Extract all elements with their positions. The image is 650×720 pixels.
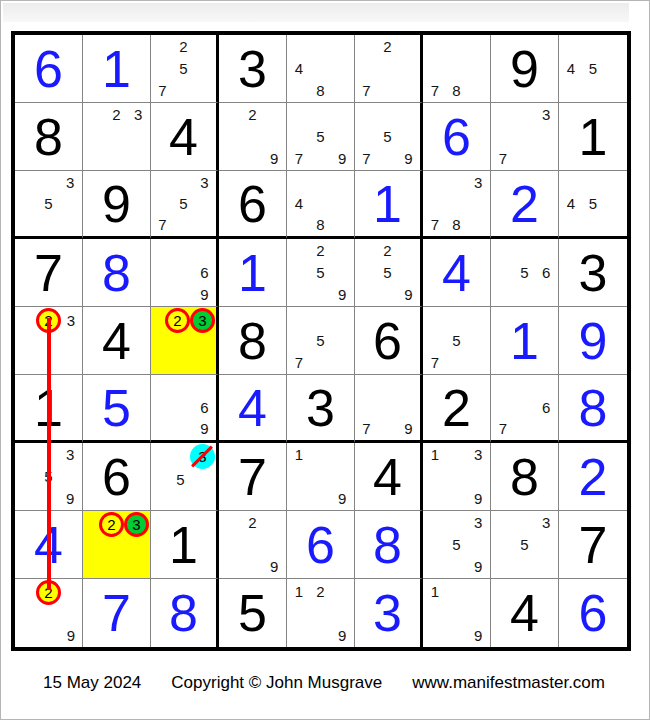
empty-candidate-slot — [61, 580, 81, 605]
empty-candidate-slot — [446, 36, 468, 58]
candidate-grid: 359 — [423, 511, 490, 578]
empty-candidate-slot — [582, 36, 604, 58]
empty-candidate-slot — [331, 466, 353, 488]
empty-candidate-slot — [242, 534, 264, 556]
cell-r9c8[interactable]: 4 — [491, 579, 559, 647]
empty-candidate-slot — [152, 489, 171, 509]
given-digit: 3 — [287, 375, 354, 440]
empty-candidate-slot — [173, 79, 194, 101]
empty-candidate-slot — [152, 418, 173, 439]
footer: 15 May 2024 Copyright © John Musgrave ww… — [43, 673, 605, 693]
cell-r4c1[interactable]: 7 — [15, 239, 83, 307]
candidate-3: 3 — [535, 512, 557, 534]
candidate-2: 2 — [242, 512, 264, 534]
candidate-5: 5 — [514, 262, 536, 284]
cell-r3c7[interactable]: 378 — [423, 171, 491, 239]
empty-candidate-slot — [173, 376, 194, 397]
candidate-7: 7 — [424, 351, 446, 373]
cell-r7c7[interactable]: 139 — [423, 443, 491, 511]
empty-candidate-slot — [377, 58, 398, 80]
cell-r9c3[interactable]: 8 — [151, 579, 219, 647]
empty-candidate-slot — [16, 172, 38, 193]
cell-r1c2[interactable]: 1 — [83, 35, 151, 103]
cell-r1c9[interactable]: 45 — [559, 35, 627, 103]
cell-r4c3[interactable]: 69 — [151, 239, 219, 307]
empty-candidate-slot — [36, 605, 61, 626]
empty-candidate-slot — [356, 397, 377, 418]
empty-candidate-slot — [152, 333, 165, 353]
candidate-4: 4 — [288, 193, 310, 214]
empty-candidate-slot — [171, 444, 190, 469]
empty-candidate-slot — [84, 537, 99, 557]
empty-candidate-slot — [377, 418, 398, 439]
empty-candidate-slot — [467, 351, 489, 373]
solved-digit: 7 — [83, 579, 150, 647]
empty-candidate-slot — [152, 444, 171, 469]
empty-candidate-slot — [263, 104, 285, 126]
empty-candidate-slot — [424, 487, 446, 509]
cell-r4c6[interactable]: 259 — [355, 239, 423, 307]
given-digit: 7 — [559, 511, 627, 578]
empty-candidate-slot — [424, 58, 446, 80]
candidate-grid: 579 — [355, 103, 420, 170]
cell-r6c8[interactable]: 67 — [491, 375, 559, 443]
candidate-9: 9 — [467, 487, 489, 509]
cell-r3c4[interactable]: 6 — [219, 171, 287, 239]
cell-r6c3[interactable]: 69 — [151, 375, 219, 443]
candidate-3: 3 — [190, 308, 215, 333]
candidate-5: 5 — [171, 469, 190, 489]
empty-candidate-slot — [165, 333, 190, 353]
empty-candidate-slot — [467, 308, 489, 330]
candidate-grid: 57 — [423, 307, 490, 374]
candidate-3: 3 — [194, 172, 215, 193]
empty-candidate-slot — [424, 466, 446, 488]
cell-r8c6[interactable]: 8 — [355, 511, 423, 579]
empty-candidate-slot — [173, 397, 194, 418]
empty-candidate-slot — [514, 418, 536, 439]
empty-candidate-slot — [398, 397, 419, 418]
empty-candidate-slot — [446, 193, 468, 214]
empty-candidate-slot — [446, 555, 468, 577]
cell-r5c6[interactable]: 6 — [355, 307, 423, 375]
given-digit: 8 — [219, 307, 286, 374]
empty-candidate-slot — [446, 624, 468, 646]
empty-candidate-slot — [424, 624, 446, 646]
empty-candidate-slot — [310, 351, 332, 373]
cell-r2c9[interactable]: 1 — [559, 103, 627, 171]
cell-r6c7[interactable]: 2 — [423, 375, 491, 443]
cell-r8c4[interactable]: 29 — [219, 511, 287, 579]
empty-candidate-slot — [514, 376, 536, 397]
cell-r9c2[interactable]: 7 — [83, 579, 151, 647]
empty-candidate-slot — [467, 466, 489, 488]
empty-candidate-slot — [446, 351, 468, 373]
cell-r7c3[interactable]: 35 — [151, 443, 219, 511]
empty-candidate-slot — [377, 147, 398, 169]
candidate-2: 2 — [173, 36, 194, 58]
empty-candidate-slot — [288, 126, 310, 148]
candidate-grid: 257 — [151, 35, 216, 102]
solved-digit: 6 — [287, 511, 354, 578]
given-digit: 4 — [355, 443, 420, 510]
cell-r9c5[interactable]: 129 — [287, 579, 355, 647]
candidate-5: 5 — [514, 534, 536, 556]
cell-r8c7[interactable]: 359 — [423, 511, 491, 579]
candidate-5: 5 — [582, 193, 604, 214]
empty-candidate-slot — [356, 104, 377, 126]
candidate-5: 5 — [310, 262, 332, 284]
empty-candidate-slot — [194, 193, 215, 214]
candidate-5: 5 — [446, 534, 468, 556]
candidate-8: 8 — [310, 79, 332, 101]
cell-r2c5[interactable]: 579 — [287, 103, 355, 171]
empty-candidate-slot — [84, 147, 106, 169]
empty-candidate-slot — [331, 444, 353, 466]
cell-r3c8[interactable]: 2 — [491, 171, 559, 239]
cell-r1c7[interactable]: 78 — [423, 35, 491, 103]
empty-candidate-slot — [604, 172, 626, 193]
empty-candidate-slot — [446, 466, 468, 488]
cell-r5c2[interactable]: 4 — [83, 307, 151, 375]
cell-r7c5[interactable]: 19 — [287, 443, 355, 511]
cell-r2c8[interactable]: 37 — [491, 103, 559, 171]
empty-candidate-slot — [424, 555, 446, 577]
candidate-7: 7 — [356, 147, 377, 169]
empty-candidate-slot — [61, 605, 81, 626]
cell-r5c9[interactable]: 9 — [559, 307, 627, 375]
solved-digit: 1 — [219, 239, 286, 306]
empty-candidate-slot — [535, 126, 557, 148]
empty-candidate-slot — [59, 466, 81, 488]
candidate-grid: 57 — [287, 307, 354, 374]
solved-digit: 1 — [355, 171, 420, 236]
empty-candidate-slot — [467, 580, 489, 602]
given-digit: 3 — [559, 239, 627, 306]
given-digit: 4 — [491, 579, 558, 647]
empty-candidate-slot — [288, 283, 310, 305]
empty-candidate-slot — [16, 193, 38, 214]
candidate-5: 5 — [582, 58, 604, 80]
cell-r7c8[interactable]: 8 — [491, 443, 559, 511]
candidate-grid: 48 — [287, 35, 354, 102]
empty-candidate-slot — [467, 534, 489, 556]
candidate-grid: 37 — [491, 103, 558, 170]
empty-candidate-slot — [467, 602, 489, 624]
solved-digit: 8 — [559, 375, 627, 440]
empty-candidate-slot — [220, 104, 242, 126]
cell-r7c2[interactable]: 6 — [83, 443, 151, 511]
cell-r1c8[interactable]: 9 — [491, 35, 559, 103]
given-digit: 6 — [83, 443, 150, 510]
empty-candidate-slot — [288, 330, 310, 352]
cell-r3c9[interactable]: 45 — [559, 171, 627, 239]
candidate-grid: 67 — [491, 375, 558, 440]
empty-candidate-slot — [582, 214, 604, 235]
empty-candidate-slot — [36, 626, 61, 647]
empty-candidate-slot — [604, 58, 626, 80]
empty-candidate-slot — [331, 214, 353, 235]
empty-candidate-slot — [331, 104, 353, 126]
empty-candidate-slot — [446, 602, 468, 624]
empty-candidate-slot — [220, 126, 242, 148]
candidate-grid: 139 — [423, 443, 490, 510]
empty-candidate-slot — [492, 240, 514, 262]
empty-candidate-slot — [152, 193, 173, 214]
empty-candidate-slot — [263, 512, 285, 534]
empty-candidate-slot — [288, 262, 310, 284]
empty-candidate-slot — [446, 444, 468, 466]
empty-candidate-slot — [582, 172, 604, 193]
cell-r5c3[interactable]: 23 — [151, 307, 219, 375]
footer-website: www.manifestmaster.com — [412, 673, 605, 693]
candidate-1: 1 — [288, 580, 310, 602]
empty-candidate-slot — [514, 240, 536, 262]
empty-candidate-slot — [84, 512, 99, 537]
cell-r4c7[interactable]: 4 — [423, 239, 491, 307]
empty-candidate-slot — [38, 172, 60, 193]
cell-r3c1[interactable]: 35 — [15, 171, 83, 239]
empty-candidate-slot — [514, 397, 536, 418]
given-digit: 8 — [15, 103, 82, 170]
candidate-9: 9 — [398, 147, 419, 169]
candidate-grid: 129 — [287, 579, 354, 647]
candidate-9: 9 — [331, 624, 353, 646]
empty-candidate-slot — [467, 79, 489, 101]
cell-r5c4[interactable]: 8 — [219, 307, 287, 375]
empty-candidate-slot — [356, 126, 377, 148]
empty-candidate-slot — [604, 193, 626, 214]
solved-digit: 4 — [219, 375, 286, 440]
candidate-9: 9 — [263, 555, 285, 577]
candidate-5: 5 — [377, 126, 398, 148]
empty-candidate-slot — [492, 512, 514, 534]
solved-digit: 8 — [151, 579, 216, 647]
cell-r5c7[interactable]: 57 — [423, 307, 491, 375]
cell-r2c6[interactable]: 579 — [355, 103, 423, 171]
candidate-2: 2 — [165, 308, 190, 333]
candidate-grid: 69 — [151, 375, 216, 440]
empty-candidate-slot — [356, 283, 377, 305]
empty-candidate-slot — [288, 624, 310, 646]
candidate-grid: 579 — [287, 103, 354, 170]
cell-r4c9[interactable]: 3 — [559, 239, 627, 307]
cell-r1c4[interactable]: 3 — [219, 35, 287, 103]
given-digit: 3 — [219, 35, 286, 102]
candidate-2: 2 — [106, 104, 128, 126]
footer-date: 15 May 2024 — [43, 673, 141, 693]
candidate-7: 7 — [492, 147, 514, 169]
empty-candidate-slot — [424, 36, 446, 58]
cell-r8c2[interactable]: 23 — [83, 511, 151, 579]
candidate-3: 3 — [61, 308, 81, 333]
empty-candidate-slot — [492, 555, 514, 577]
empty-candidate-slot — [331, 172, 353, 193]
cell-r3c5[interactable]: 48 — [287, 171, 355, 239]
cell-r6c6[interactable]: 79 — [355, 375, 423, 443]
candidate-9: 9 — [331, 487, 353, 509]
empty-candidate-slot — [173, 214, 194, 235]
empty-candidate-slot — [194, 376, 215, 397]
empty-candidate-slot — [331, 308, 353, 330]
cell-r8c3[interactable]: 1 — [151, 511, 219, 579]
empty-candidate-slot — [190, 353, 215, 373]
cell-r2c2[interactable]: 23 — [83, 103, 151, 171]
cell-r1c6[interactable]: 27 — [355, 35, 423, 103]
page: 6125734827789458234295795796371359357648… — [0, 0, 650, 720]
cell-r1c3[interactable]: 257 — [151, 35, 219, 103]
candidate-9: 9 — [331, 147, 353, 169]
empty-candidate-slot — [194, 214, 215, 235]
empty-candidate-slot — [467, 36, 489, 58]
empty-candidate-slot — [356, 240, 377, 262]
candidate-7: 7 — [424, 214, 446, 235]
cell-r2c3[interactable]: 4 — [151, 103, 219, 171]
cell-r4c5[interactable]: 259 — [287, 239, 355, 307]
empty-candidate-slot — [16, 626, 36, 647]
empty-candidate-slot — [604, 79, 626, 101]
candidate-grid: 35 — [491, 511, 558, 578]
empty-candidate-slot — [398, 79, 419, 101]
empty-candidate-slot — [16, 487, 38, 509]
empty-candidate-slot — [356, 36, 377, 58]
empty-candidate-slot — [377, 376, 398, 397]
empty-candidate-slot — [106, 147, 128, 169]
cell-r3c6[interactable]: 1 — [355, 171, 423, 239]
empty-candidate-slot — [467, 193, 489, 214]
empty-candidate-slot — [377, 104, 398, 126]
cell-r8c5[interactable]: 6 — [287, 511, 355, 579]
cell-r9c9[interactable]: 6 — [559, 579, 627, 647]
candidate-grid: 69 — [151, 239, 216, 306]
empty-candidate-slot — [424, 602, 446, 624]
empty-candidate-slot — [424, 330, 446, 352]
cell-r6c4[interactable]: 4 — [219, 375, 287, 443]
candidate-9: 9 — [194, 418, 215, 439]
cell-r2c7[interactable]: 6 — [423, 103, 491, 171]
empty-candidate-slot — [242, 147, 264, 169]
cell-r7c9[interactable]: 2 — [559, 443, 627, 511]
cell-r8c8[interactable]: 35 — [491, 511, 559, 579]
empty-candidate-slot — [288, 79, 310, 101]
candidate-2: 2 — [377, 36, 398, 58]
chain-candidate-circle-yellow: 2 — [99, 512, 124, 537]
candidate-grid: 259 — [287, 239, 354, 306]
cell-r5c5[interactable]: 57 — [287, 307, 355, 375]
given-digit: 4 — [151, 103, 216, 170]
empty-candidate-slot — [220, 512, 242, 534]
cell-r6c9[interactable]: 8 — [559, 375, 627, 443]
cell-r2c4[interactable]: 29 — [219, 103, 287, 171]
empty-candidate-slot — [424, 172, 446, 193]
header-bar — [3, 3, 629, 22]
empty-candidate-slot — [38, 214, 60, 235]
empty-candidate-slot — [446, 58, 468, 80]
solved-digit: 5 — [83, 375, 150, 440]
empty-candidate-slot — [152, 240, 173, 262]
candidate-grid: 45 — [559, 171, 627, 236]
cell-r3c2[interactable]: 9 — [83, 171, 151, 239]
empty-candidate-slot — [288, 214, 310, 235]
candidate-9: 9 — [59, 487, 81, 509]
candidate-1: 1 — [288, 444, 310, 466]
empty-candidate-slot — [424, 193, 446, 214]
candidate-3: 3 — [59, 444, 81, 466]
empty-candidate-slot — [492, 397, 514, 418]
candidate-9: 9 — [398, 418, 419, 439]
empty-candidate-slot — [99, 557, 124, 577]
empty-candidate-slot — [194, 79, 215, 101]
empty-candidate-slot — [152, 36, 173, 58]
cell-r5c8[interactable]: 1 — [491, 307, 559, 375]
cell-r4c8[interactable]: 56 — [491, 239, 559, 307]
candidate-2: 2 — [242, 104, 264, 126]
cell-r6c2[interactable]: 5 — [83, 375, 151, 443]
candidate-6: 6 — [194, 262, 215, 284]
cell-r9c7[interactable]: 19 — [423, 579, 491, 647]
candidate-grid: 19 — [423, 579, 490, 647]
solved-digit: 1 — [491, 307, 558, 374]
empty-candidate-slot — [127, 126, 149, 148]
empty-candidate-slot — [173, 418, 194, 439]
cell-r9c4[interactable]: 5 — [219, 579, 287, 647]
cell-r4c2[interactable]: 8 — [83, 239, 151, 307]
cell-r1c5[interactable]: 48 — [287, 35, 355, 103]
candidate-6: 6 — [194, 397, 215, 418]
candidate-5: 5 — [38, 193, 60, 214]
chain-candidate-circle-green: 3 — [190, 308, 215, 333]
empty-candidate-slot — [377, 283, 398, 305]
empty-candidate-slot — [310, 466, 332, 488]
candidate-3: 3 — [124, 512, 149, 537]
candidate-9: 9 — [263, 147, 285, 169]
cell-r6c5[interactable]: 3 — [287, 375, 355, 443]
candidate-8: 8 — [446, 79, 468, 101]
candidate-2: 2 — [99, 512, 124, 537]
candidate-5: 5 — [446, 330, 468, 352]
empty-candidate-slot — [398, 104, 419, 126]
eliminated-candidate-circle: 3 — [190, 444, 215, 469]
candidate-1: 1 — [424, 444, 446, 466]
candidate-8: 8 — [310, 214, 332, 235]
cell-r2c1[interactable]: 8 — [15, 103, 83, 171]
cell-r1c1[interactable]: 6 — [15, 35, 83, 103]
empty-candidate-slot — [16, 466, 38, 488]
cell-r9c6[interactable]: 3 — [355, 579, 423, 647]
empty-candidate-slot — [604, 214, 626, 235]
cell-r8c9[interactable]: 7 — [559, 511, 627, 579]
empty-candidate-slot — [16, 605, 36, 626]
solved-digit: 6 — [15, 35, 82, 102]
empty-candidate-slot — [127, 147, 149, 169]
cell-r3c3[interactable]: 357 — [151, 171, 219, 239]
empty-candidate-slot — [288, 104, 310, 126]
empty-candidate-slot — [194, 240, 215, 262]
candidate-5: 5 — [173, 193, 194, 214]
candidate-3: 3 — [467, 512, 489, 534]
cell-r4c4[interactable]: 1 — [219, 239, 287, 307]
empty-candidate-slot — [310, 172, 332, 193]
candidate-2: 2 — [377, 240, 398, 262]
candidate-grid: 27 — [355, 35, 420, 102]
empty-candidate-slot — [424, 512, 446, 534]
chain-link-line — [47, 318, 51, 590]
empty-candidate-slot — [535, 376, 557, 397]
cell-r7c6[interactable]: 4 — [355, 443, 423, 511]
candidate-grid: 48 — [287, 171, 354, 236]
candidate-7: 7 — [356, 418, 377, 439]
cell-r7c4[interactable]: 7 — [219, 443, 287, 511]
